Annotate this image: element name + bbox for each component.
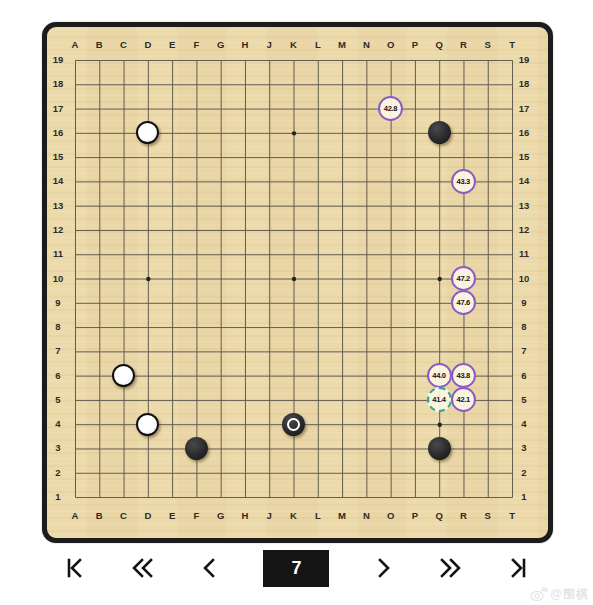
- watermark: @围棋: [530, 586, 589, 603]
- move-navigation: 7: [62, 549, 531, 587]
- ai-suggestion-R6[interactable]: 43.8: [451, 363, 476, 388]
- row-label-left-4: 4: [55, 419, 60, 429]
- forward-10-move-button[interactable]: [438, 555, 464, 581]
- col-label-bottom-L: L: [315, 511, 321, 521]
- row-label-left-13: 13: [53, 201, 64, 211]
- first-icon: [63, 556, 87, 580]
- forward-move-button[interactable]: [371, 555, 397, 581]
- watermark-text: @围棋: [550, 586, 589, 603]
- back-10-move-button[interactable]: [129, 555, 155, 581]
- stone-black-Q3: [428, 437, 451, 460]
- col-label-bottom-H: H: [242, 511, 249, 521]
- stone-black-F3: [185, 437, 208, 460]
- ai-suggestion-O17[interactable]: 42.8: [378, 96, 403, 121]
- last-move-button[interactable]: [505, 555, 531, 581]
- move-number-display: 7: [263, 550, 329, 587]
- weibo-logo-icon: [530, 587, 548, 602]
- col-label-bottom-F: F: [193, 511, 199, 521]
- col-label-bottom-A: A: [72, 511, 79, 521]
- row-label-left-11: 11: [53, 249, 63, 259]
- col-label-bottom-J: J: [267, 511, 272, 521]
- row-label-left-2: 2: [55, 468, 60, 478]
- row-label-left-5: 5: [55, 395, 60, 405]
- row-label-left-17: 17: [53, 104, 64, 114]
- col-label-bottom-P: P: [412, 511, 418, 521]
- stone-white-D4: [136, 413, 159, 436]
- row-label-left-12: 12: [53, 225, 64, 235]
- forward-10-icon: [439, 556, 463, 580]
- row-label-left-19: 19: [53, 55, 64, 65]
- col-label-bottom-E: E: [169, 511, 175, 521]
- col-label-bottom-R: R: [460, 511, 467, 521]
- stone-white-C6: [112, 364, 135, 387]
- col-label-bottom-D: D: [144, 511, 151, 521]
- row-label-left-16: 16: [53, 128, 64, 138]
- col-label-bottom-T: T: [509, 511, 515, 521]
- go-board[interactable]: AABBCCDDEEFFGGHHJJKKLLMMNNOOPPQQRRSSTT19…: [42, 22, 553, 543]
- last-icon: [506, 556, 530, 580]
- col-label-bottom-M: M: [338, 511, 346, 521]
- row-label-left-14: 14: [53, 177, 64, 187]
- row-label-left-8: 8: [55, 322, 60, 332]
- first-move-button[interactable]: [62, 555, 88, 581]
- stone-black-K4: [282, 413, 305, 436]
- row-label-left-7: 7: [55, 347, 60, 357]
- ai-suggestion-R9[interactable]: 47.6: [451, 290, 476, 315]
- row-label-left-15: 15: [53, 152, 64, 162]
- ai-suggestion-Q5[interactable]: 41.4: [427, 387, 452, 412]
- back-10-icon: [130, 556, 154, 580]
- ai-suggestion-R10[interactable]: 47.2: [451, 266, 476, 291]
- col-label-bottom-C: C: [120, 511, 127, 521]
- col-label-bottom-G: G: [217, 511, 224, 521]
- ai-suggestion-R5[interactable]: 42.1: [451, 387, 476, 412]
- ai-suggestion-R14[interactable]: 43.3: [451, 169, 476, 194]
- row-label-left-3: 3: [55, 444, 60, 454]
- row-label-left-9: 9: [55, 298, 60, 308]
- row-label-left-10: 10: [53, 274, 64, 284]
- forward-icon: [372, 556, 396, 580]
- col-label-bottom-S: S: [485, 511, 491, 521]
- col-label-bottom-O: O: [387, 511, 394, 521]
- stone-black-Q16: [428, 121, 451, 144]
- row-label-left-6: 6: [55, 371, 60, 381]
- col-label-bottom-Q: Q: [435, 511, 442, 521]
- col-label-bottom-N: N: [363, 511, 370, 521]
- row-label-left-18: 18: [53, 80, 64, 90]
- back-icon: [197, 556, 221, 580]
- ai-suggestion-Q6[interactable]: 44.0: [427, 363, 452, 388]
- board-cells[interactable]: 42.843.347.247.644.043.841.442.1: [63, 48, 524, 509]
- row-label-left-1: 1: [55, 492, 60, 502]
- col-label-bottom-B: B: [96, 511, 103, 521]
- back-move-button[interactable]: [196, 555, 222, 581]
- stone-white-D16: [136, 121, 159, 144]
- last-move-marker-icon: [287, 418, 300, 431]
- col-label-bottom-K: K: [290, 511, 297, 521]
- board-surface[interactable]: AABBCCDDEEFFGGHHJJKKLLMMNNOOPPQQRRSSTT19…: [47, 27, 548, 538]
